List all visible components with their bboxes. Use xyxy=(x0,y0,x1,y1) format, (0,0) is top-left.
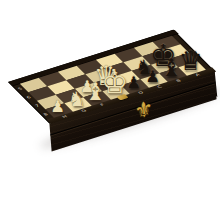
piece-black-queen: ♛ xyxy=(177,47,204,74)
product-photo: 5678 HGFEDCBA ⚜ ♟♞♝♟♛♚♟♟♞♝♚♛ xyxy=(0,0,220,200)
pieces-layer: ♟♞♝♟♛♚♟♟♞♝♚♛ xyxy=(0,0,220,200)
piece-black-knight: ♞ xyxy=(134,57,154,77)
piece-black-king: ♚ xyxy=(148,41,178,71)
piece-white-pawn: ♟ xyxy=(79,79,95,95)
piece-black-pawn: ♟ xyxy=(126,75,142,91)
piece-white-queen: ♛ xyxy=(93,62,120,89)
piece-white-knight: ♞ xyxy=(67,89,87,109)
piece-white-king: ♚ xyxy=(100,68,130,98)
piece-white-pawn: ♟ xyxy=(50,99,66,115)
piece-black-pawn: ♟ xyxy=(145,69,161,85)
piece-black-bishop: ♝ xyxy=(160,56,184,80)
piece-white-bishop: ♝ xyxy=(84,80,108,104)
